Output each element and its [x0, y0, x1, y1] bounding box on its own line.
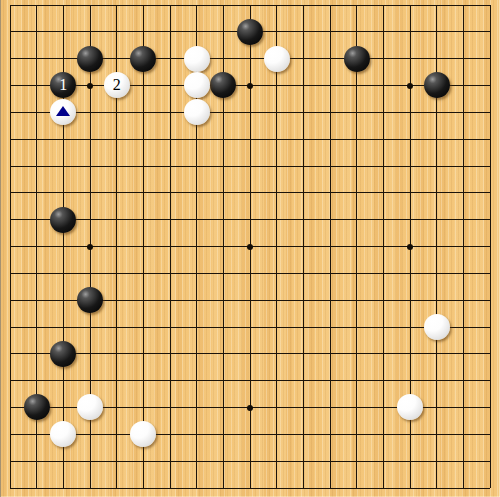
stone-white-E16[interactable]: 2: [104, 72, 130, 98]
stones-layer: 12: [0, 0, 500, 497]
stone-white-H15[interactable]: [184, 99, 210, 125]
go-board[interactable]: 12: [0, 0, 500, 497]
stone-black-C6[interactable]: [50, 341, 76, 367]
stone-black-K18[interactable]: [237, 19, 263, 45]
move-number-label: 1: [59, 77, 67, 93]
stone-black-C11[interactable]: [50, 207, 76, 233]
stone-white-H17[interactable]: [184, 46, 210, 72]
move-number-label: 2: [113, 77, 121, 93]
stone-black-O17[interactable]: [344, 46, 370, 72]
stone-white-L17[interactable]: [264, 46, 290, 72]
stone-black-R16[interactable]: [424, 72, 450, 98]
stone-black-C16[interactable]: 1: [50, 72, 76, 98]
stone-white-F3[interactable]: [130, 421, 156, 447]
stone-white-D4[interactable]: [77, 394, 103, 420]
stone-white-C3[interactable]: [50, 421, 76, 447]
stone-black-F17[interactable]: [130, 46, 156, 72]
stone-white-R7[interactable]: [424, 314, 450, 340]
stone-white-Q4[interactable]: [397, 394, 423, 420]
stone-white-C15[interactable]: [50, 99, 76, 125]
stone-black-B4[interactable]: [24, 394, 50, 420]
stone-black-J16[interactable]: [210, 72, 236, 98]
stone-white-H16[interactable]: [184, 72, 210, 98]
stone-black-D8[interactable]: [77, 287, 103, 313]
triangle-mark-icon: [56, 106, 70, 116]
stone-black-D17[interactable]: [77, 46, 103, 72]
